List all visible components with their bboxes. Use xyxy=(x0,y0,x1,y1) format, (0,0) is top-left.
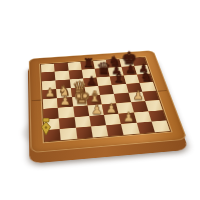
square-a6 xyxy=(42,80,57,90)
scene: ♜♞♚♛♟♟♟♟♝♞♟♞♛♟♚♝♟♟♟♟ xyxy=(0,0,200,200)
square-c6 xyxy=(69,78,84,88)
piece-black-pawn: ♟ xyxy=(84,75,98,87)
square-b4: ♟ xyxy=(57,97,73,108)
board: ♜♞♚♛♟♟♟♟♝♞♟♞♛♟♚♝♟♟♟♟ xyxy=(40,57,171,142)
square-e5 xyxy=(98,85,114,95)
square-g7: ♟ xyxy=(121,66,137,75)
piece-white-knight: ♞ xyxy=(57,84,71,98)
square-f4 xyxy=(114,93,131,104)
square-a8 xyxy=(41,64,55,73)
square-e8 xyxy=(93,60,108,69)
square-e6 xyxy=(96,76,112,86)
clasp-latch-icon xyxy=(39,118,53,142)
piece-black-bishop: ♝ xyxy=(112,70,126,85)
product-photo: ♜♞♚♛♟♟♟♟♝♞♟♞♛♟♚♝♟♟♟♟ xyxy=(0,0,200,200)
square-h1 xyxy=(151,120,170,132)
square-g2 xyxy=(133,111,151,123)
piece-black-king: ♚ xyxy=(121,49,134,67)
square-c1 xyxy=(75,126,92,138)
square-a4 xyxy=(43,98,58,109)
square-b8 xyxy=(54,63,68,72)
square-b7 xyxy=(55,71,69,80)
square-c7 xyxy=(68,70,83,79)
square-e3: ♟ xyxy=(102,103,119,114)
square-g5 xyxy=(126,83,142,93)
square-b1 xyxy=(60,128,77,141)
square-g1 xyxy=(136,121,154,133)
square-c8 xyxy=(67,62,81,71)
piece-white-pawn: ♟ xyxy=(43,87,57,99)
square-d6: ♟ xyxy=(83,77,98,87)
piece-black-knight: ♞ xyxy=(108,55,121,68)
square-g6 xyxy=(123,74,139,84)
square-h4 xyxy=(142,91,159,101)
square-f8: ♞ xyxy=(106,59,121,68)
piece-black-pawn: ♟ xyxy=(110,64,124,75)
square-h7: ♟ xyxy=(134,65,150,74)
piece-black-pawn: ♟ xyxy=(123,63,137,74)
square-a7 xyxy=(41,72,55,81)
square-h6: ♞ xyxy=(137,73,153,83)
square-b2 xyxy=(59,117,75,129)
square-f6: ♝ xyxy=(110,75,126,85)
square-a5: ♟ xyxy=(42,89,57,99)
piece-black-pawn: ♟ xyxy=(137,62,150,73)
square-h8 xyxy=(132,57,147,66)
square-d7 xyxy=(82,69,97,78)
square-h5 xyxy=(139,82,156,92)
square-f7: ♟ xyxy=(108,67,123,76)
square-g8: ♚ xyxy=(119,58,134,67)
square-c5: ♛ xyxy=(70,87,85,97)
piece-black-knight: ♞ xyxy=(139,69,153,83)
square-b5: ♞ xyxy=(56,88,71,98)
square-d8: ♜ xyxy=(80,61,95,70)
square-d5 xyxy=(84,86,100,96)
square-e7: ♛ xyxy=(95,68,110,77)
piece-black-queen: ♛ xyxy=(96,61,110,77)
piece-black-rook: ♜ xyxy=(82,57,95,69)
piece-white-queen: ♛ xyxy=(72,80,86,97)
square-b6 xyxy=(56,79,71,89)
square-f5 xyxy=(112,84,128,94)
